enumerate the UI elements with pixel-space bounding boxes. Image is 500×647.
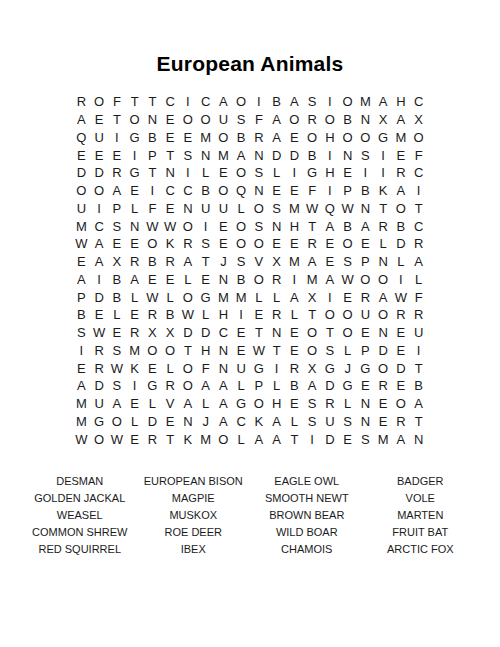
grid-cell-r5c20: C [410,164,428,182]
grid-cell-r12c1: P [73,288,91,306]
grid-cell-r18c4: E [126,395,144,413]
grid-cell-r14c15: T [321,324,339,342]
grid-cell-r11c16: W [339,271,357,289]
grid-cell-r14c12: N [268,324,286,342]
grid-cell-r8c10: O [232,217,250,235]
grid-cell-r1c18: A [374,93,392,111]
grid-cell-r16c20: T [410,359,428,377]
grid-cell-r13c8: L [197,306,215,324]
grid-cell-r13c16: O [339,306,357,324]
grid-cell-r2c19: A [392,111,410,129]
grid-cell-r9c14: R [303,235,321,253]
grid-cell-r20c14: I [303,430,321,448]
grid-cell-r19c10: C [232,413,250,431]
grid-cell-r6c6: C [161,182,179,200]
grid-cell-r15c5: O [144,342,162,360]
grid-cell-r2c4: O [126,111,144,129]
grid-cell-r17c12: L [268,377,286,395]
grid-cell-r14c4: R [126,324,144,342]
grid-cell-r5c15: H [321,164,339,182]
grid-cell-r11c6: E [161,271,179,289]
grid-cell-r11c7: L [179,271,197,289]
grid-cell-r18c16: L [339,395,357,413]
grid-cell-r14c16: O [339,324,357,342]
grid-cell-r9c19: D [392,235,410,253]
grid-cell-r3c19: M [392,129,410,147]
grid-cell-r7c10: L [232,200,250,218]
grid-cell-r5c6: N [161,164,179,182]
grid-cell-r15c18: D [374,342,392,360]
grid-cell-r1c13: A [286,93,304,111]
grid-cell-r6c2: O [90,182,108,200]
grid-cell-r12c12: L [268,288,286,306]
grid-cell-r20c13: T [286,430,304,448]
grid-cell-r15c12: T [268,342,286,360]
grid-cell-r3c9: O [215,129,233,147]
grid-cell-r7c19: O [392,200,410,218]
word-item: ROE DEER [137,524,251,541]
grid-cell-r7c15: Q [321,200,339,218]
grid-cell-r11c1: A [73,271,91,289]
grid-cell-r17c14: A [303,377,321,395]
grid-cell-r13c14: T [303,306,321,324]
grid-cell-r12c18: A [374,288,392,306]
grid-cell-r13c10: I [232,306,250,324]
grid-cell-r3c18: G [374,129,392,147]
grid-cell-r8c15: A [321,217,339,235]
grid-cell-r4c14: B [303,146,321,164]
grid-cell-r10c7: A [179,253,197,271]
grid-cell-r19c15: U [321,413,339,431]
grid-cell-r15c2: R [90,342,108,360]
grid-cell-r1c20: C [410,93,428,111]
grid-cell-r12c11: L [250,288,268,306]
grid-cell-r11c17: O [357,271,375,289]
grid-cell-r4c8: N [197,146,215,164]
grid-cell-r10c8: T [197,253,215,271]
grid-cell-r6c18: K [374,182,392,200]
grid-cell-r9c20: R [410,235,428,253]
grid-cell-r19c20: T [410,413,428,431]
grid-cell-r2c11: F [250,111,268,129]
grid-cell-r17c9: A [215,377,233,395]
grid-cell-r9c11: O [250,235,268,253]
grid-cell-r10c15: E [321,253,339,271]
grid-cell-r5c2: D [90,164,108,182]
grid-cell-r6c19: A [392,182,410,200]
grid-cell-r3c13: E [286,129,304,147]
grid-cell-r20c6: T [161,430,179,448]
grid-cell-r5c10: O [232,164,250,182]
grid-cell-r11c9: N [215,271,233,289]
grid-cell-r13c7: W [179,306,197,324]
grid-cell-r19c11: K [250,413,268,431]
grid-cell-r18c8: L [197,395,215,413]
grid-cell-r4c13: D [286,146,304,164]
grid-cell-r9c16: O [339,235,357,253]
word-item: VOLE [364,490,478,507]
grid-cell-r2c13: O [286,111,304,129]
grid-cell-r7c3: P [108,200,126,218]
grid-cell-r9c8: S [197,235,215,253]
grid-cell-r19c17: N [357,413,375,431]
grid-cell-r7c18: T [374,200,392,218]
grid-cell-r20c4: E [126,430,144,448]
grid-cell-r15c14: O [303,342,321,360]
grid-cell-r5c1: D [73,164,91,182]
grid-cell-r13c4: E [126,306,144,324]
grid-cell-r9c10: O [232,235,250,253]
grid-cell-r5c14: G [303,164,321,182]
grid-cell-r5c8: L [197,164,215,182]
grid-cell-r20c8: M [197,430,215,448]
grid-cell-r19c18: E [374,413,392,431]
word-item: MAGPIE [137,490,251,507]
grid-cell-r2c3: T [108,111,126,129]
grid-cell-r15c6: O [161,342,179,360]
grid-cell-r4c7: S [179,146,197,164]
word-item: EAGLE OWL [250,473,364,490]
grid-cell-r20c9: O [215,430,233,448]
grid-cell-r18c11: O [250,395,268,413]
grid-cell-r13c13: L [286,306,304,324]
grid-cell-r6c10: Q [232,182,250,200]
grid-cell-r7c14: W [303,200,321,218]
grid-cell-r6c13: E [286,182,304,200]
grid-cell-r13c3: L [108,306,126,324]
grid-cell-r11c14: M [303,271,321,289]
grid-cell-r4c6: T [161,146,179,164]
grid-cell-r10c16: S [339,253,357,271]
grid-cell-r14c7: D [179,324,197,342]
grid-cell-r14c5: X [144,324,162,342]
grid-cell-r14c11: T [250,324,268,342]
grid-cell-r14c6: X [161,324,179,342]
grid-cell-r10c1: E [73,253,91,271]
grid-cell-r16c2: R [90,359,108,377]
grid-cell-r2c7: O [179,111,197,129]
grid-cell-r15c10: E [232,342,250,360]
grid-cell-r19c2: G [90,413,108,431]
grid-cell-r16c7: O [179,359,197,377]
grid-cell-r20c18: M [374,430,392,448]
grid-cell-r13c5: R [144,306,162,324]
grid-cell-r3c3: I [108,129,126,147]
grid-cell-r3c1: Q [73,129,91,147]
grid-cell-r6c12: E [268,182,286,200]
grid-cell-r6c4: E [126,182,144,200]
grid-cell-r1c17: M [357,93,375,111]
grid-cell-r15c19: E [392,342,410,360]
grid-cell-r2c2: E [90,111,108,129]
grid-cell-r14c14: O [303,324,321,342]
grid-cell-r13c11: E [250,306,268,324]
grid-cell-r3c20: O [410,129,428,147]
grid-cell-r14c1: S [73,324,91,342]
grid-cell-r18c18: E [374,395,392,413]
grid-cell-r5c12: L [268,164,286,182]
grid-cell-r7c5: F [144,200,162,218]
grid-cell-r19c1: M [73,413,91,431]
grid-cell-r1c8: C [197,93,215,111]
grid-cell-r6c5: I [144,182,162,200]
grid-cell-r9c15: E [321,235,339,253]
puzzle-page: European Animals ROFTTCICAOIBASIOMAHCAET… [0,0,500,647]
grid-cell-r16c15: G [321,359,339,377]
grid-cell-r13c18: O [374,306,392,324]
grid-cell-r2c8: O [197,111,215,129]
grid-cell-r15c17: P [357,342,375,360]
grid-cell-r10c13: M [286,253,304,271]
grid-cell-r16c11: G [250,359,268,377]
grid-cell-r8c8: I [197,217,215,235]
grid-cell-r2c18: X [374,111,392,129]
grid-cell-r9c1: W [73,235,91,253]
grid-cell-r9c12: E [268,235,286,253]
grid-cell-r1c19: H [392,93,410,111]
grid-cell-r19c5: D [144,413,162,431]
grid-cell-r18c5: L [144,395,162,413]
grid-cell-r17c16: G [339,377,357,395]
grid-cell-r15c3: S [108,342,126,360]
grid-cell-r15c7: T [179,342,197,360]
grid-cell-r10c9: J [215,253,233,271]
grid-cell-r14c3: E [108,324,126,342]
grid-cell-r12c17: R [357,288,375,306]
word-item: WILD BOAR [250,524,364,541]
grid-cell-r12c6: L [161,288,179,306]
grid-cell-r1c7: I [179,93,197,111]
grid-cell-r3c7: E [179,129,197,147]
grid-cell-r15c1: I [73,342,91,360]
grid-cell-r20c5: R [144,430,162,448]
grid-cell-r1c9: A [215,93,233,111]
grid-cell-r2c1: A [73,111,91,129]
grid-cell-r9c7: R [179,235,197,253]
grid-cell-r2c20: X [410,111,428,129]
grid-cell-r10c19: L [392,253,410,271]
word-item: CHAMOIS [250,541,364,558]
grid-cell-r3c14: O [303,129,321,147]
grid-cell-r11c15: A [321,271,339,289]
grid-cell-r15c13: E [286,342,304,360]
grid-cell-r5c16: E [339,164,357,182]
grid-cell-r8c20: C [410,217,428,235]
grid-cell-r2c10: S [232,111,250,129]
grid-cell-r3c16: O [339,129,357,147]
word-item: MARTEN [364,507,478,524]
grid-cell-r18c17: N [357,395,375,413]
grid-cell-r17c18: R [374,377,392,395]
grid-cell-r13c9: H [215,306,233,324]
grid-cell-r17c10: L [232,377,250,395]
grid-cell-r11c12: R [268,271,286,289]
grid-cell-r4c15: I [321,146,339,164]
word-item: RED SQUIRREL [23,541,137,558]
grid-cell-r8c11: S [250,217,268,235]
grid-cell-r5c11: S [250,164,268,182]
grid-cell-r2c5: N [144,111,162,129]
grid-cell-r13c6: B [161,306,179,324]
grid-cell-r7c8: U [197,200,215,218]
grid-cell-r18c20: A [410,395,428,413]
word-item: EUROPEAN BISON [137,473,251,490]
grid-cell-r20c16: E [339,430,357,448]
grid-cell-r16c8: F [197,359,215,377]
grid-cell-r7c9: U [215,200,233,218]
grid-cell-r6c15: I [321,182,339,200]
grid-cell-r1c4: T [126,93,144,111]
grid-cell-r19c14: S [303,413,321,431]
grid-cell-r18c3: A [108,395,126,413]
grid-cell-r5c4: G [126,164,144,182]
grid-cell-r13c2: E [90,306,108,324]
grid-cell-r11c20: L [410,271,428,289]
grid-cell-r20c19: A [392,430,410,448]
grid-cell-r4c11: N [250,146,268,164]
grid-cell-r4c3: E [108,146,126,164]
word-item: WEASEL [23,507,137,524]
grid-cell-r14c17: E [357,324,375,342]
grid-cell-r12c10: M [232,288,250,306]
grid-cell-r17c4: I [126,377,144,395]
grid-cell-r2c16: B [339,111,357,129]
grid-cell-r3c5: B [144,129,162,147]
grid-cell-r11c8: E [197,271,215,289]
grid-cell-r5c18: I [374,164,392,182]
grid-cell-r17c5: G [144,377,162,395]
grid-cell-r13c20: R [410,306,428,324]
grid-cell-r14c8: D [197,324,215,342]
grid-cell-r15c16: L [339,342,357,360]
grid-cell-r6c16: P [339,182,357,200]
grid-cell-r12c15: I [321,288,339,306]
grid-cell-r4c1: E [73,146,91,164]
word-item: BROWN BEAR [250,507,364,524]
grid-cell-r7c4: L [126,200,144,218]
grid-cell-r20c20: N [410,430,428,448]
grid-cell-r18c14: S [303,395,321,413]
grid-cell-r16c13: R [286,359,304,377]
grid-cell-r19c16: S [339,413,357,431]
grid-cell-r9c17: E [357,235,375,253]
grid-cell-r2c6: E [161,111,179,129]
grid-cell-r4c2: E [90,146,108,164]
grid-cell-r19c4: L [126,413,144,431]
grid-cell-r16c18: O [374,359,392,377]
grid-cell-r5c9: E [215,164,233,182]
grid-cell-r1c11: I [250,93,268,111]
grid-cell-r13c19: R [392,306,410,324]
grid-cell-r17c19: E [392,377,410,395]
grid-cell-r6c9: O [215,182,233,200]
grid-cell-r18c13: E [286,395,304,413]
grid-cell-r7c6: E [161,200,179,218]
word-item: DESMAN [23,473,137,490]
grid-cell-r8c16: B [339,217,357,235]
grid-cell-r18c12: H [268,395,286,413]
grid-cell-r10c6: R [161,253,179,271]
grid-cell-r18c10: G [232,395,250,413]
grid-cell-r7c16: W [339,200,357,218]
grid-cell-r4c9: M [215,146,233,164]
grid-cell-r1c6: C [161,93,179,111]
grid-cell-r1c2: O [90,93,108,111]
grid-cell-r19c9: A [215,413,233,431]
grid-cell-r13c1: B [73,306,91,324]
grid-cell-r11c18: O [374,271,392,289]
grid-cell-r4c18: I [374,146,392,164]
grid-cell-r18c7: A [179,395,197,413]
grid-cell-r19c12: A [268,413,286,431]
grid-cell-r14c10: E [232,324,250,342]
grid-cell-r2c14: R [303,111,321,129]
grid-cell-r3c17: O [357,129,375,147]
grid-cell-r20c12: A [268,430,286,448]
grid-cell-r2c15: O [321,111,339,129]
grid-cell-r1c15: I [321,93,339,111]
grid-cell-r3c4: G [126,129,144,147]
grid-cell-r10c20: A [410,253,428,271]
grid-cell-r10c4: R [126,253,144,271]
puzzle-title: European Animals [0,0,500,77]
grid-cell-r3c10: B [232,129,250,147]
grid-cell-r18c19: O [392,395,410,413]
grid-cell-r5c3: R [108,164,126,182]
grid-cell-r15c11: W [250,342,268,360]
grid-cell-r6c1: O [73,182,91,200]
grid-cell-r12c13: A [286,288,304,306]
grid-cell-r14c2: W [90,324,108,342]
grid-cell-r12c20: F [410,288,428,306]
grid-cell-r20c10: L [232,430,250,448]
grid-cell-r16c17: G [357,359,375,377]
grid-cell-r1c16: O [339,93,357,111]
word-list: DESMANEUROPEAN BISONEAGLE OWLBADGERGOLDE… [23,473,477,558]
grid-cell-r18c15: R [321,395,339,413]
grid-cell-r11c2: I [90,271,108,289]
grid-cell-r19c6: E [161,413,179,431]
grid-cell-r4c12: D [268,146,286,164]
grid-cell-r6c14: F [303,182,321,200]
grid-cell-r12c8: G [197,288,215,306]
grid-cell-r8c4: N [126,217,144,235]
grid-cell-r3c15: H [321,129,339,147]
grid-cell-r11c5: E [144,271,162,289]
grid-cell-r2c17: N [357,111,375,129]
grid-cell-r18c2: U [90,395,108,413]
word-item: GOLDEN JACKAL [23,490,137,507]
grid-cell-r4c17: S [357,146,375,164]
grid-cell-r10c10: S [232,253,250,271]
grid-cell-r11c3: B [108,271,126,289]
grid-cell-r14c13: E [286,324,304,342]
grid-cell-r16c14: X [303,359,321,377]
word-item: SMOOTH NEWT [250,490,364,507]
grid-cell-r16c6: L [161,359,179,377]
grid-cell-r8c2: C [90,217,108,235]
grid-cell-r4c10: A [232,146,250,164]
grid-cell-r8c5: W [144,217,162,235]
grid-cell-r3c8: M [197,129,215,147]
grid-cell-r14c19: E [392,324,410,342]
grid-cell-r1c3: F [108,93,126,111]
grid-cell-r8c6: W [161,217,179,235]
grid-cell-r16c19: D [392,359,410,377]
grid-cell-r7c2: I [90,200,108,218]
grid-cell-r4c5: P [144,146,162,164]
grid-cell-r11c19: I [392,271,410,289]
